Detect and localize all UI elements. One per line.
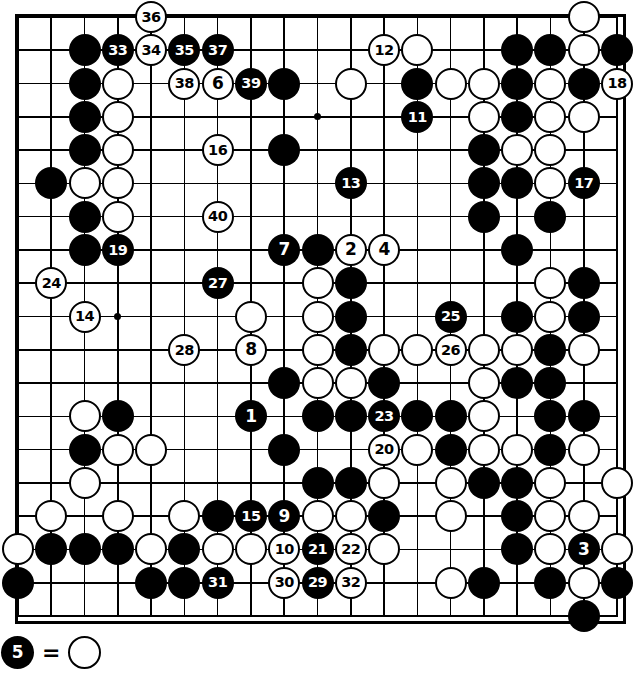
stone-white[interactable] xyxy=(501,434,533,466)
stone-black-37[interactable]: 37 xyxy=(202,34,234,66)
stone-black[interactable] xyxy=(69,134,101,166)
stone-white[interactable] xyxy=(401,434,433,466)
stone-white[interactable] xyxy=(568,567,600,599)
stone-black[interactable] xyxy=(468,567,500,599)
stone-white[interactable] xyxy=(368,334,400,366)
stone-black[interactable] xyxy=(368,500,400,532)
legend-equals-sign: = xyxy=(42,640,60,665)
stone-black[interactable] xyxy=(368,367,400,399)
stone-black[interactable] xyxy=(69,434,101,466)
stone-white-26[interactable]: 26 xyxy=(435,334,467,366)
stone-white-4[interactable]: 4 xyxy=(368,234,400,266)
stone-white[interactable] xyxy=(69,467,101,499)
stone-black[interactable] xyxy=(69,68,101,100)
move-number-label: 8 xyxy=(245,341,256,358)
stone-white-36[interactable]: 36 xyxy=(135,1,167,33)
stone-black[interactable] xyxy=(401,68,433,100)
stone-white-18[interactable]: 18 xyxy=(601,68,633,100)
stone-white-20[interactable]: 20 xyxy=(368,434,400,466)
stone-black[interactable] xyxy=(435,400,467,432)
stone-black[interactable] xyxy=(302,467,334,499)
move-number-label: 21 xyxy=(308,542,327,557)
stone-white[interactable] xyxy=(102,101,134,133)
stone-black[interactable] xyxy=(102,400,134,432)
stone-black-15[interactable]: 15 xyxy=(235,500,267,532)
move-number-label: 28 xyxy=(175,343,194,358)
stone-white[interactable] xyxy=(102,167,134,199)
move-number-label: 22 xyxy=(341,542,360,557)
stone-white[interactable] xyxy=(335,367,367,399)
move-number-label: 3 xyxy=(578,541,589,558)
move-number-label: 4 xyxy=(378,241,389,258)
stone-black-19[interactable]: 19 xyxy=(102,234,134,266)
stone-black[interactable] xyxy=(69,34,101,66)
stone-white[interactable] xyxy=(368,467,400,499)
move-number-label: 35 xyxy=(175,43,194,58)
move-number-label: 24 xyxy=(42,276,61,291)
stone-white-32[interactable]: 32 xyxy=(335,567,367,599)
stone-black[interactable] xyxy=(69,101,101,133)
stone-white[interactable] xyxy=(102,134,134,166)
move-number-label: 38 xyxy=(175,76,194,91)
stone-white[interactable] xyxy=(202,533,234,565)
stone-black-21[interactable]: 21 xyxy=(302,533,334,565)
stone-white-40[interactable]: 40 xyxy=(202,201,234,233)
stone-white[interactable] xyxy=(302,334,334,366)
move-number-label: 14 xyxy=(75,309,94,324)
move-number-label: 6 xyxy=(212,75,223,92)
stone-black[interactable] xyxy=(534,434,566,466)
stone-black[interactable] xyxy=(568,267,600,299)
stone-black-39[interactable]: 39 xyxy=(235,68,267,100)
legend-move-stone: 5 xyxy=(1,636,34,669)
move-number-label: 20 xyxy=(374,442,393,457)
stone-black[interactable] xyxy=(335,267,367,299)
stone-white[interactable] xyxy=(335,500,367,532)
stone-white-38[interactable]: 38 xyxy=(168,68,200,100)
move-number-label: 25 xyxy=(441,309,460,324)
move-number-label: 40 xyxy=(208,209,227,224)
stone-black[interactable] xyxy=(601,567,633,599)
stone-white[interactable] xyxy=(435,68,467,100)
stone-white[interactable] xyxy=(335,68,367,100)
stone-black[interactable] xyxy=(335,334,367,366)
stone-black[interactable] xyxy=(2,567,34,599)
stone-white[interactable] xyxy=(501,334,533,366)
stone-black[interactable] xyxy=(501,301,533,333)
move-number-label: 34 xyxy=(142,43,161,58)
stone-white-30[interactable]: 30 xyxy=(268,567,300,599)
move-number-label: 13 xyxy=(341,176,360,191)
stone-white[interactable] xyxy=(435,467,467,499)
go-board[interactable]: 3633343537123863918111613174019724242714… xyxy=(0,0,640,640)
stone-white-6[interactable]: 6 xyxy=(202,68,234,100)
stone-white[interactable] xyxy=(302,367,334,399)
stone-white[interactable] xyxy=(302,301,334,333)
stone-black-13[interactable]: 13 xyxy=(335,167,367,199)
stone-white[interactable] xyxy=(69,167,101,199)
stone-white[interactable] xyxy=(102,500,134,532)
move-number-label: 19 xyxy=(108,243,127,258)
move-number-label: 39 xyxy=(241,76,260,91)
go-diagram: 3633343537123863918111613174019724242714… xyxy=(0,0,640,676)
stone-white[interactable] xyxy=(435,500,467,532)
stone-black[interactable] xyxy=(69,234,101,266)
stone-black[interactable] xyxy=(335,301,367,333)
stone-black-3[interactable]: 3 xyxy=(568,533,600,565)
stone-white-16[interactable]: 16 xyxy=(202,134,234,166)
stone-white[interactable] xyxy=(601,533,633,565)
stone-white[interactable] xyxy=(601,467,633,499)
stone-black[interactable] xyxy=(568,301,600,333)
move-number-label: 12 xyxy=(374,43,393,58)
stone-white[interactable] xyxy=(568,34,600,66)
stone-black[interactable] xyxy=(435,434,467,466)
stone-white[interactable] xyxy=(568,101,600,133)
move-number-label: 16 xyxy=(208,143,227,158)
stone-white[interactable] xyxy=(534,301,566,333)
stone-black[interactable] xyxy=(302,400,334,432)
legend-move-number: 5 xyxy=(12,644,23,661)
stone-black-17[interactable]: 17 xyxy=(568,167,600,199)
stone-black[interactable] xyxy=(534,201,566,233)
move-number-label: 30 xyxy=(275,575,294,590)
stone-white[interactable] xyxy=(468,68,500,100)
stone-white[interactable] xyxy=(568,500,600,532)
move-number-label: 9 xyxy=(279,508,290,525)
stone-black[interactable] xyxy=(568,400,600,432)
stone-black[interactable] xyxy=(501,367,533,399)
stone-white[interactable] xyxy=(235,301,267,333)
move-number-label: 37 xyxy=(208,43,227,58)
stone-black-25[interactable]: 25 xyxy=(435,301,467,333)
stone-black[interactable] xyxy=(568,600,600,632)
stone-white-2[interactable]: 2 xyxy=(335,234,367,266)
stone-white[interactable] xyxy=(534,68,566,100)
stone-white[interactable] xyxy=(468,101,500,133)
stone-white[interactable] xyxy=(568,334,600,366)
stone-black[interactable] xyxy=(135,567,167,599)
stone-white-14[interactable]: 14 xyxy=(69,301,101,333)
stone-black-27[interactable]: 27 xyxy=(202,267,234,299)
move-number-label: 23 xyxy=(374,409,393,424)
stone-black[interactable] xyxy=(268,68,300,100)
stone-white[interactable] xyxy=(302,500,334,532)
stone-black[interactable] xyxy=(501,101,533,133)
move-number-label: 32 xyxy=(341,575,360,590)
stone-white[interactable] xyxy=(102,68,134,100)
move-number-label: 29 xyxy=(308,575,327,590)
stone-white[interactable] xyxy=(568,1,600,33)
stone-white[interactable] xyxy=(468,334,500,366)
stone-black[interactable] xyxy=(335,467,367,499)
stone-black[interactable] xyxy=(468,467,500,499)
stone-black[interactable] xyxy=(168,567,200,599)
move-number-label: 36 xyxy=(142,10,161,25)
stone-white[interactable] xyxy=(435,567,467,599)
move-number-label: 17 xyxy=(574,176,593,191)
legend: 5 = xyxy=(1,636,101,669)
stone-black-31[interactable]: 31 xyxy=(202,567,234,599)
stone-white[interactable] xyxy=(468,434,500,466)
stone-black[interactable] xyxy=(302,234,334,266)
move-number-label: 27 xyxy=(208,276,227,291)
stone-black[interactable] xyxy=(501,68,533,100)
stone-black[interactable] xyxy=(501,234,533,266)
stone-black[interactable] xyxy=(468,134,500,166)
stone-black[interactable] xyxy=(69,201,101,233)
stone-white[interactable] xyxy=(135,434,167,466)
legend-target-stone xyxy=(68,636,101,669)
stone-white[interactable] xyxy=(302,267,334,299)
stone-black[interactable] xyxy=(202,500,234,532)
move-number-label: 11 xyxy=(408,110,427,125)
move-number-label: 10 xyxy=(275,542,294,557)
stone-white[interactable] xyxy=(468,400,500,432)
stone-black-7[interactable]: 7 xyxy=(268,234,300,266)
stone-black[interactable] xyxy=(568,68,600,100)
stone-black[interactable] xyxy=(468,201,500,233)
move-number-label: 33 xyxy=(108,43,127,58)
stone-white[interactable] xyxy=(568,434,600,466)
stone-black[interactable] xyxy=(268,434,300,466)
move-number-label: 26 xyxy=(441,343,460,358)
move-number-label: 1 xyxy=(245,408,256,425)
stone-black-11[interactable]: 11 xyxy=(401,101,433,133)
stone-black[interactable] xyxy=(534,334,566,366)
stone-white-22[interactable]: 22 xyxy=(335,533,367,565)
move-number-label: 31 xyxy=(208,575,227,590)
stone-black[interactable] xyxy=(69,533,101,565)
move-number-label: 15 xyxy=(241,509,260,524)
stone-black-29[interactable]: 29 xyxy=(302,567,334,599)
stone-white-28[interactable]: 28 xyxy=(168,334,200,366)
stone-black[interactable] xyxy=(335,400,367,432)
move-number-label: 2 xyxy=(345,241,356,258)
move-number-label: 7 xyxy=(279,241,290,258)
stone-white[interactable] xyxy=(401,334,433,366)
stone-black[interactable] xyxy=(534,567,566,599)
stone-white-8[interactable]: 8 xyxy=(235,334,267,366)
stone-white[interactable] xyxy=(102,434,134,466)
stone-black[interactable] xyxy=(501,467,533,499)
stone-black[interactable] xyxy=(601,34,633,66)
stone-white[interactable] xyxy=(468,367,500,399)
stone-white[interactable] xyxy=(69,400,101,432)
stone-white[interactable] xyxy=(102,201,134,233)
stone-black-33[interactable]: 33 xyxy=(102,34,134,66)
move-number-label: 18 xyxy=(607,76,626,91)
